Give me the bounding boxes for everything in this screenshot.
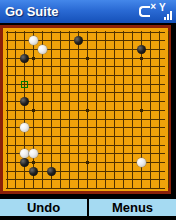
cursor-marker[interactable] bbox=[21, 81, 28, 88]
go-board[interactable] bbox=[0, 25, 171, 194]
grid-line-vertical bbox=[150, 31, 151, 188]
hoshi-point bbox=[86, 161, 89, 164]
black-stone bbox=[20, 54, 29, 63]
hoshi-point bbox=[32, 57, 35, 60]
black-stone bbox=[29, 167, 38, 176]
white-stone bbox=[137, 158, 146, 167]
connector-shape bbox=[139, 6, 150, 17]
grid-line-horizontal bbox=[6, 179, 165, 180]
title-bar: Go Suite × Y bbox=[0, 0, 176, 23]
app-title: Go Suite bbox=[0, 4, 58, 19]
white-stone bbox=[20, 149, 29, 158]
black-stone bbox=[20, 97, 29, 106]
white-stone bbox=[20, 123, 29, 132]
hoshi-point bbox=[140, 109, 143, 112]
status-icons: × Y bbox=[139, 3, 172, 20]
grid-line-vertical bbox=[96, 31, 97, 188]
hoshi-point bbox=[140, 57, 143, 60]
board-zone bbox=[0, 23, 176, 197]
white-stone bbox=[38, 45, 47, 54]
connection-off-icon: × bbox=[139, 4, 156, 20]
grid-line-vertical bbox=[168, 31, 169, 188]
undo-button[interactable]: Undo bbox=[0, 199, 87, 216]
grid-line-vertical bbox=[114, 31, 115, 188]
signal-bars bbox=[163, 11, 172, 20]
hoshi-point bbox=[32, 109, 35, 112]
white-stone bbox=[29, 149, 38, 158]
signal-strength-icon: Y bbox=[158, 4, 172, 20]
grid-line-horizontal bbox=[6, 188, 165, 189]
grid-line-vertical bbox=[123, 31, 124, 188]
grid-line-vertical bbox=[132, 31, 133, 188]
hoshi-point bbox=[32, 161, 35, 164]
grid-line-vertical bbox=[105, 31, 106, 188]
grid-line-vertical bbox=[159, 31, 160, 188]
black-stone bbox=[137, 45, 146, 54]
hoshi-point bbox=[86, 109, 89, 112]
black-stone bbox=[74, 36, 83, 45]
hoshi-point bbox=[86, 57, 89, 60]
menus-button[interactable]: Menus bbox=[89, 199, 176, 216]
black-stone bbox=[47, 167, 56, 176]
phone-screen: Go Suite × Y Undo Menus bbox=[0, 0, 176, 220]
softkey-bar: Undo Menus bbox=[0, 197, 176, 220]
connection-x-mark: × bbox=[150, 2, 156, 12]
black-stone bbox=[20, 158, 29, 167]
white-stone bbox=[29, 36, 38, 45]
